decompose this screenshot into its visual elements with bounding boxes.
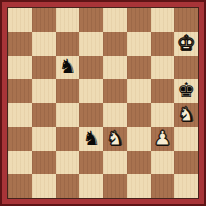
square-g8[interactable] xyxy=(151,8,175,32)
piece-black-knight[interactable]: ♞ xyxy=(82,128,100,148)
square-b6[interactable] xyxy=(32,56,56,80)
square-f5[interactable] xyxy=(127,79,151,103)
square-a6[interactable] xyxy=(8,56,32,80)
square-d7[interactable] xyxy=(79,32,103,56)
square-a8[interactable] xyxy=(8,8,32,32)
square-f1[interactable] xyxy=(127,174,151,198)
square-c5[interactable] xyxy=(56,79,80,103)
square-b8[interactable] xyxy=(32,8,56,32)
square-h8[interactable] xyxy=(174,8,198,32)
square-d2[interactable] xyxy=(79,151,103,175)
square-d4[interactable] xyxy=(79,103,103,127)
square-e7[interactable] xyxy=(103,32,127,56)
square-f2[interactable] xyxy=(127,151,151,175)
square-a3[interactable] xyxy=(8,127,32,151)
square-c7[interactable] xyxy=(56,32,80,56)
square-e2[interactable] xyxy=(103,151,127,175)
square-h6[interactable] xyxy=(174,56,198,80)
square-c6[interactable]: ♞ xyxy=(56,56,80,80)
square-f3[interactable] xyxy=(127,127,151,151)
square-e5[interactable] xyxy=(103,79,127,103)
square-d1[interactable] xyxy=(79,174,103,198)
square-e1[interactable] xyxy=(103,174,127,198)
piece-white-knight[interactable]: ♞ xyxy=(106,128,124,148)
square-b7[interactable] xyxy=(32,32,56,56)
piece-white-pawn[interactable]: ♟ xyxy=(153,128,171,148)
square-b1[interactable] xyxy=(32,174,56,198)
square-a1[interactable] xyxy=(8,174,32,198)
piece-white-king[interactable]: ♚ xyxy=(177,33,195,53)
square-c8[interactable] xyxy=(56,8,80,32)
square-g4[interactable] xyxy=(151,103,175,127)
square-g7[interactable] xyxy=(151,32,175,56)
square-c3[interactable] xyxy=(56,127,80,151)
square-h5[interactable]: ♚ xyxy=(174,79,198,103)
square-e8[interactable] xyxy=(103,8,127,32)
piece-black-knight[interactable]: ♞ xyxy=(58,56,76,76)
square-a2[interactable] xyxy=(8,151,32,175)
piece-white-knight[interactable]: ♞ xyxy=(177,104,195,124)
square-h4[interactable]: ♞ xyxy=(174,103,198,127)
square-h7[interactable]: ♚ xyxy=(174,32,198,56)
board-frame: ♚♞♚♞♞♞♟ xyxy=(0,0,206,206)
square-f6[interactable] xyxy=(127,56,151,80)
square-b2[interactable] xyxy=(32,151,56,175)
piece-black-king[interactable]: ♚ xyxy=(177,80,195,100)
square-h1[interactable] xyxy=(174,174,198,198)
square-h3[interactable] xyxy=(174,127,198,151)
square-c1[interactable] xyxy=(56,174,80,198)
square-d8[interactable] xyxy=(79,8,103,32)
square-g2[interactable] xyxy=(151,151,175,175)
square-b5[interactable] xyxy=(32,79,56,103)
square-g6[interactable] xyxy=(151,56,175,80)
square-a7[interactable] xyxy=(8,32,32,56)
square-g1[interactable] xyxy=(151,174,175,198)
square-f4[interactable] xyxy=(127,103,151,127)
square-a5[interactable] xyxy=(8,79,32,103)
square-g3[interactable]: ♟ xyxy=(151,127,175,151)
board-inner-edge: ♚♞♚♞♞♞♟ xyxy=(7,7,199,199)
square-e6[interactable] xyxy=(103,56,127,80)
square-d3[interactable]: ♞ xyxy=(79,127,103,151)
square-d6[interactable] xyxy=(79,56,103,80)
square-e3[interactable]: ♞ xyxy=(103,127,127,151)
square-f8[interactable] xyxy=(127,8,151,32)
square-c2[interactable] xyxy=(56,151,80,175)
square-a4[interactable] xyxy=(8,103,32,127)
square-b4[interactable] xyxy=(32,103,56,127)
square-c4[interactable] xyxy=(56,103,80,127)
square-h2[interactable] xyxy=(174,151,198,175)
square-b3[interactable] xyxy=(32,127,56,151)
square-e4[interactable] xyxy=(103,103,127,127)
chess-board: ♚♞♚♞♞♞♟ xyxy=(8,8,198,198)
square-f7[interactable] xyxy=(127,32,151,56)
square-d5[interactable] xyxy=(79,79,103,103)
square-g5[interactable] xyxy=(151,79,175,103)
